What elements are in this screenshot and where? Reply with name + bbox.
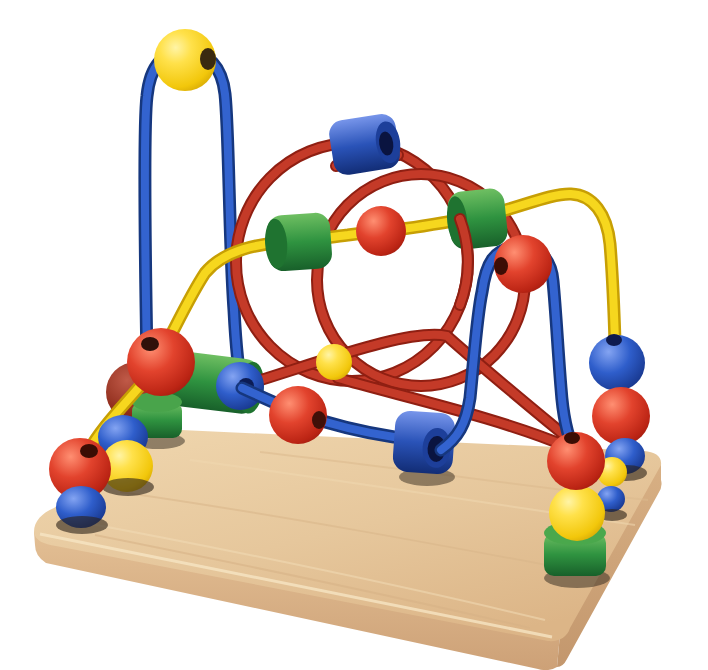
front-right-stack	[544, 432, 610, 588]
red-bead-on-yellow	[356, 206, 406, 256]
bead-hole	[80, 444, 98, 458]
bead-maze-scene	[0, 0, 708, 670]
bead-hole	[312, 411, 326, 429]
bead-hole	[141, 337, 159, 351]
bead-hole	[200, 48, 216, 70]
small-yellow-bead-on-loop	[316, 344, 352, 380]
center-red-ball	[269, 386, 327, 444]
shadow-ring	[56, 516, 108, 534]
red-ball	[592, 387, 650, 445]
blue-top-cylinder-bead	[327, 112, 404, 177]
bead-hole	[494, 257, 508, 275]
cluster-red-ball	[127, 328, 195, 396]
yellow-apex-ball	[154, 29, 216, 91]
bead-hole	[606, 334, 622, 346]
green-cylinder-on-yellow-right	[444, 187, 509, 251]
right-arch-red-ball	[494, 235, 552, 293]
yellow-ball	[549, 485, 605, 541]
bead-hole	[564, 432, 580, 444]
green-cylinder-on-yellow-left	[263, 212, 333, 272]
bead-maze-product-photo	[0, 0, 708, 670]
shadow-ring	[102, 478, 154, 496]
